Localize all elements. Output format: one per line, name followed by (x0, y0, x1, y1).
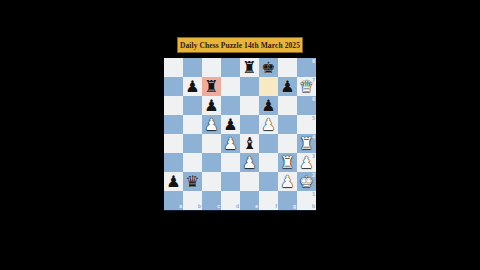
puzzle-title: Daily Chess Puzzle 14th March 2025 (180, 41, 300, 50)
square-a2: ♟ (164, 172, 183, 191)
square-f3 (259, 153, 278, 172)
coord-rank-6: 6 (312, 97, 315, 102)
square-b5 (183, 115, 202, 134)
square-g5 (278, 115, 297, 134)
square-e1: e (240, 191, 259, 210)
square-d1: d (221, 191, 240, 210)
black-pawn: ♟ (202, 96, 221, 115)
square-a4 (164, 134, 183, 153)
coord-rank-5: 5 (312, 116, 315, 121)
square-h8: 8 (297, 58, 316, 77)
square-g2: ♟ (278, 172, 297, 191)
square-a6 (164, 96, 183, 115)
black-pawn: ♟ (164, 172, 183, 191)
square-g4 (278, 134, 297, 153)
square-b6 (183, 96, 202, 115)
square-e8: ♜ (240, 58, 259, 77)
square-f6: ♟ (259, 96, 278, 115)
square-a1: a (164, 191, 183, 210)
black-rook: ♜ (202, 77, 221, 96)
square-c2 (202, 172, 221, 191)
puzzle-title-banner: Daily Chess Puzzle 14th March 2025 (177, 37, 303, 53)
coord-file-a: a (179, 204, 182, 209)
square-a5 (164, 115, 183, 134)
black-king: ♚ (259, 58, 278, 77)
square-h5: 5 (297, 115, 316, 134)
square-e5 (240, 115, 259, 134)
square-c5: ♟ (202, 115, 221, 134)
square-c6: ♟ (202, 96, 221, 115)
white-pawn: ♟ (259, 115, 278, 134)
white-pawn: ♟ (278, 172, 297, 191)
square-g1: g (278, 191, 297, 210)
square-f8: ♚ (259, 58, 278, 77)
square-f1: f (259, 191, 278, 210)
coord-file-b: b (198, 204, 201, 209)
white-pawn: ♟ (240, 153, 259, 172)
coord-file-d: d (236, 204, 239, 209)
square-c8 (202, 58, 221, 77)
white-pawn: ♟ (221, 134, 240, 153)
square-d8 (221, 58, 240, 77)
square-c1: c (202, 191, 221, 210)
square-f4 (259, 134, 278, 153)
black-pawn: ♟ (183, 77, 202, 96)
coord-rank-7: 7 (312, 78, 315, 83)
coord-rank-1: 1 (312, 192, 315, 197)
square-b3 (183, 153, 202, 172)
white-pawn: ♟ (202, 115, 221, 134)
coord-file-h: h (312, 204, 315, 209)
square-d7 (221, 77, 240, 96)
black-pawn: ♟ (221, 115, 240, 134)
square-b7: ♟ (183, 77, 202, 96)
square-g6 (278, 96, 297, 115)
square-f2 (259, 172, 278, 191)
square-f7 (259, 77, 278, 96)
square-h7: ♛7 (297, 77, 316, 96)
square-f5: ♟ (259, 115, 278, 134)
square-h1: h1 (297, 191, 316, 210)
white-rook: ♜ (278, 153, 297, 172)
square-g3: ♜ (278, 153, 297, 172)
square-d4: ♟ (221, 134, 240, 153)
black-pawn: ♟ (259, 96, 278, 115)
square-d2 (221, 172, 240, 191)
square-c7: ♜ (202, 77, 221, 96)
square-a8 (164, 58, 183, 77)
square-h4: ♜4 (297, 134, 316, 153)
coord-file-e: e (255, 204, 258, 209)
coord-rank-3: 3 (312, 154, 315, 159)
square-d6 (221, 96, 240, 115)
coord-rank-8: 8 (312, 59, 315, 64)
coord-file-f: f (275, 204, 277, 209)
square-e7 (240, 77, 259, 96)
square-h3: ♟3 (297, 153, 316, 172)
square-b1: b (183, 191, 202, 210)
coord-file-g: g (293, 204, 296, 209)
black-pawn: ♟ (278, 77, 297, 96)
square-b4 (183, 134, 202, 153)
square-e6 (240, 96, 259, 115)
square-g7: ♟ (278, 77, 297, 96)
black-queen: ♛ (183, 172, 202, 191)
square-b8 (183, 58, 202, 77)
coord-rank-4: 4 (312, 135, 315, 140)
square-h6: 6 (297, 96, 316, 115)
square-d3 (221, 153, 240, 172)
square-c3 (202, 153, 221, 172)
coord-rank-2: 2 (312, 173, 315, 178)
black-rook: ♜ (240, 58, 259, 77)
square-d5: ♟ (221, 115, 240, 134)
square-a7 (164, 77, 183, 96)
square-g8 (278, 58, 297, 77)
square-e4: ♝ (240, 134, 259, 153)
square-c4 (202, 134, 221, 153)
square-h2: ♚2 (297, 172, 316, 191)
black-bishop: ♝ (240, 134, 259, 153)
coord-file-c: c (217, 204, 220, 209)
square-e3: ♟ (240, 153, 259, 172)
square-a3 (164, 153, 183, 172)
square-e2 (240, 172, 259, 191)
square-b2: ♛ (183, 172, 202, 191)
chess-board: ♜♚8♟♜♟♛7♟♟6♟♟♟5♟♝♜4♟♜♟3♟♛♟♚2abcdefgh1 (164, 58, 316, 210)
